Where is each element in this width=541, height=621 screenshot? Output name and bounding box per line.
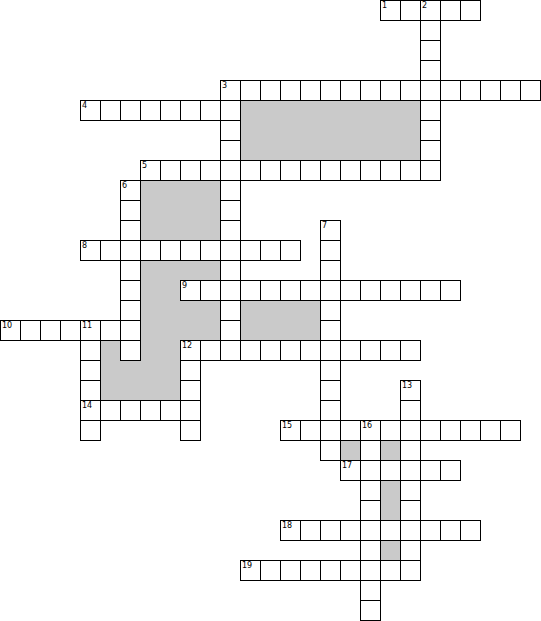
grid-cell[interactable] xyxy=(80,240,101,261)
grid-cell[interactable] xyxy=(420,40,441,61)
grid-cell[interactable] xyxy=(360,540,381,561)
grid-cell[interactable] xyxy=(380,280,401,301)
grid-cell[interactable] xyxy=(120,200,141,221)
grid-cell[interactable] xyxy=(200,240,221,261)
grid-cell[interactable] xyxy=(320,260,341,281)
shaded-block xyxy=(160,220,181,241)
shaded-block xyxy=(100,380,121,401)
grid-cell[interactable] xyxy=(400,520,421,541)
grid-cell[interactable] xyxy=(120,400,141,421)
shaded-block xyxy=(340,140,361,161)
shaded-block xyxy=(200,320,221,341)
grid-cell[interactable] xyxy=(360,340,381,361)
grid-cell[interactable] xyxy=(320,280,341,301)
grid-cell[interactable] xyxy=(340,340,361,361)
grid-cell[interactable] xyxy=(260,560,281,581)
grid-cell[interactable] xyxy=(400,340,421,361)
grid-cell[interactable] xyxy=(300,160,321,181)
grid-cell[interactable] xyxy=(80,400,101,421)
grid-cell[interactable] xyxy=(200,280,221,301)
grid-cell[interactable] xyxy=(440,280,461,301)
grid-cell[interactable] xyxy=(420,420,441,441)
shaded-block xyxy=(280,120,301,141)
shaded-block xyxy=(300,320,321,341)
grid-cell[interactable] xyxy=(360,160,381,181)
grid-cell[interactable] xyxy=(500,80,521,101)
grid-cell[interactable] xyxy=(400,560,421,581)
shaded-block xyxy=(160,180,181,201)
grid-cell[interactable] xyxy=(320,440,341,461)
grid-cell[interactable] xyxy=(280,80,301,101)
grid-cell[interactable] xyxy=(360,480,381,501)
grid-cell[interactable] xyxy=(160,240,181,261)
grid-cell[interactable] xyxy=(400,440,421,461)
shaded-block xyxy=(280,140,301,161)
grid-cell[interactable] xyxy=(200,160,221,181)
grid-cell[interactable] xyxy=(240,160,261,181)
grid-cell[interactable] xyxy=(400,400,421,421)
shaded-block xyxy=(160,200,181,221)
grid-cell[interactable] xyxy=(120,180,141,201)
shaded-block xyxy=(260,140,281,161)
grid-cell[interactable] xyxy=(160,160,181,181)
grid-cell[interactable] xyxy=(120,320,141,341)
shaded-block xyxy=(300,120,321,141)
grid-cell[interactable] xyxy=(300,420,321,441)
grid-cell[interactable] xyxy=(160,100,181,121)
grid-cell[interactable] xyxy=(380,80,401,101)
grid-cell[interactable] xyxy=(400,480,421,501)
grid-cell[interactable] xyxy=(400,160,421,181)
shaded-block xyxy=(340,440,361,461)
shaded-block xyxy=(160,260,181,281)
grid-cell[interactable] xyxy=(220,240,241,261)
shaded-block xyxy=(140,180,161,201)
grid-cell[interactable] xyxy=(280,420,301,441)
shaded-block xyxy=(240,140,261,161)
shaded-block xyxy=(240,300,261,321)
grid-cell[interactable] xyxy=(480,80,501,101)
shaded-block xyxy=(200,300,221,321)
grid-cell[interactable] xyxy=(420,0,441,21)
grid-cell[interactable] xyxy=(460,420,481,441)
shaded-block xyxy=(200,260,221,281)
shaded-block xyxy=(140,200,161,221)
shaded-block xyxy=(180,300,201,321)
grid-cell[interactable] xyxy=(200,340,221,361)
grid-cell[interactable] xyxy=(360,520,381,541)
shaded-block xyxy=(140,380,161,401)
grid-cell[interactable] xyxy=(340,160,361,181)
grid-cell[interactable] xyxy=(360,500,381,521)
shaded-block xyxy=(240,100,261,121)
shaded-block xyxy=(260,320,281,341)
shaded-block xyxy=(280,320,301,341)
grid-cell[interactable] xyxy=(180,280,201,301)
shaded-block xyxy=(360,120,381,141)
grid-cell[interactable] xyxy=(420,60,441,81)
grid-cell[interactable] xyxy=(340,420,361,441)
grid-cell[interactable] xyxy=(260,160,281,181)
grid-cell[interactable] xyxy=(120,280,141,301)
grid-cell[interactable] xyxy=(220,200,241,221)
shaded-block xyxy=(300,300,321,321)
grid-cell[interactable] xyxy=(400,420,421,441)
grid-cell[interactable] xyxy=(220,120,241,141)
grid-cell[interactable] xyxy=(260,80,281,101)
grid-cell[interactable] xyxy=(320,320,341,341)
shaded-block xyxy=(380,480,401,501)
grid-cell[interactable] xyxy=(180,240,201,261)
grid-cell[interactable] xyxy=(400,540,421,561)
grid-cell[interactable] xyxy=(380,340,401,361)
grid-cell[interactable] xyxy=(320,220,341,241)
grid-cell[interactable] xyxy=(460,0,481,21)
shaded-block xyxy=(140,280,161,301)
shaded-block xyxy=(380,140,401,161)
grid-cell[interactable] xyxy=(20,320,41,341)
grid-cell[interactable] xyxy=(400,0,421,21)
grid-cell[interactable] xyxy=(380,560,401,581)
grid-cell[interactable] xyxy=(220,280,241,301)
grid-cell[interactable] xyxy=(320,160,341,181)
grid-cell[interactable] xyxy=(0,320,21,341)
grid-cell[interactable] xyxy=(320,560,341,581)
grid-cell[interactable] xyxy=(360,440,381,461)
grid-cell[interactable] xyxy=(380,0,401,21)
grid-cell[interactable] xyxy=(300,340,321,361)
shaded-block xyxy=(140,300,161,321)
grid-cell[interactable] xyxy=(320,360,341,381)
shaded-block xyxy=(320,120,341,141)
grid-cell[interactable] xyxy=(320,520,341,541)
grid-cell[interactable] xyxy=(400,380,421,401)
shaded-block xyxy=(200,180,221,201)
shaded-block xyxy=(380,120,401,141)
grid-cell[interactable] xyxy=(140,160,161,181)
grid-cell[interactable] xyxy=(400,280,421,301)
shaded-block xyxy=(400,120,421,141)
grid-cell[interactable] xyxy=(220,340,241,361)
grid-cell[interactable] xyxy=(180,340,201,361)
grid-cell[interactable] xyxy=(420,20,441,41)
grid-cell[interactable] xyxy=(280,340,301,361)
grid-cell[interactable] xyxy=(120,100,141,121)
shaded-block xyxy=(120,360,141,381)
shaded-block xyxy=(160,280,181,301)
crossword-grid: 12345678910111213141516171819 xyxy=(0,0,541,621)
shaded-block xyxy=(400,100,421,121)
grid-cell[interactable] xyxy=(320,240,341,261)
grid-cell[interactable] xyxy=(220,140,241,161)
grid-cell[interactable] xyxy=(280,160,301,181)
grid-cell[interactable] xyxy=(320,400,341,421)
grid-cell[interactable] xyxy=(300,280,321,301)
grid-cell[interactable] xyxy=(240,240,261,261)
shaded-block xyxy=(320,140,341,161)
grid-cell[interactable] xyxy=(380,160,401,181)
shaded-block xyxy=(140,360,161,381)
grid-cell[interactable] xyxy=(100,240,121,261)
grid-cell[interactable] xyxy=(340,560,361,581)
grid-cell[interactable] xyxy=(460,520,481,541)
grid-cell[interactable] xyxy=(200,100,221,121)
grid-cell[interactable] xyxy=(300,80,321,101)
shaded-block xyxy=(300,140,321,161)
grid-cell[interactable] xyxy=(220,160,241,181)
grid-cell[interactable] xyxy=(320,340,341,361)
grid-cell[interactable] xyxy=(220,80,241,101)
grid-cell[interactable] xyxy=(180,380,201,401)
grid-cell[interactable] xyxy=(500,420,521,441)
grid-cell[interactable] xyxy=(360,460,381,481)
shaded-block xyxy=(260,100,281,121)
grid-cell[interactable] xyxy=(240,80,261,101)
shaded-block xyxy=(140,220,161,241)
grid-cell[interactable] xyxy=(120,220,141,241)
grid-cell[interactable] xyxy=(320,420,341,441)
grid-cell[interactable] xyxy=(300,520,321,541)
grid-cell[interactable] xyxy=(380,420,401,441)
grid-cell[interactable] xyxy=(300,560,321,581)
grid-cell[interactable] xyxy=(360,580,381,601)
grid-cell[interactable] xyxy=(320,380,341,401)
grid-cell[interactable] xyxy=(220,220,241,241)
grid-cell[interactable] xyxy=(420,80,441,101)
shaded-block xyxy=(260,120,281,141)
grid-cell[interactable] xyxy=(80,100,101,121)
grid-cell[interactable] xyxy=(240,280,261,301)
grid-cell[interactable] xyxy=(440,420,461,441)
grid-cell[interactable] xyxy=(260,280,281,301)
grid-cell[interactable] xyxy=(180,400,201,421)
grid-cell[interactable] xyxy=(340,280,361,301)
grid-cell[interactable] xyxy=(60,320,81,341)
grid-cell[interactable] xyxy=(400,80,421,101)
shaded-block xyxy=(140,320,161,341)
grid-cell[interactable] xyxy=(140,400,161,421)
grid-cell[interactable] xyxy=(360,80,381,101)
shaded-block xyxy=(160,360,181,381)
grid-cell[interactable] xyxy=(260,340,281,361)
grid-cell[interactable] xyxy=(460,80,481,101)
shaded-block xyxy=(140,340,161,361)
grid-cell[interactable] xyxy=(120,240,141,261)
grid-cell[interactable] xyxy=(420,280,441,301)
grid-cell[interactable] xyxy=(80,360,101,381)
grid-cell[interactable] xyxy=(120,260,141,281)
shaded-block xyxy=(180,180,201,201)
grid-cell[interactable] xyxy=(520,80,541,101)
grid-cell[interactable] xyxy=(220,260,241,281)
shaded-block xyxy=(240,120,261,141)
shaded-block xyxy=(180,220,201,241)
shaded-block xyxy=(380,500,401,521)
grid-cell[interactable] xyxy=(280,520,301,541)
grid-cell[interactable] xyxy=(280,240,301,261)
grid-cell[interactable] xyxy=(220,320,241,341)
grid-cell[interactable] xyxy=(120,340,141,361)
grid-cell[interactable] xyxy=(360,280,381,301)
grid-cell[interactable] xyxy=(420,160,441,181)
grid-cell[interactable] xyxy=(400,460,421,481)
grid-cell[interactable] xyxy=(340,460,361,481)
grid-cell[interactable] xyxy=(420,100,441,121)
shaded-block xyxy=(240,320,261,341)
grid-cell[interactable] xyxy=(440,0,461,21)
shaded-block xyxy=(160,320,181,341)
grid-cell[interactable] xyxy=(100,320,121,341)
shaded-block xyxy=(280,100,301,121)
grid-cell[interactable] xyxy=(480,420,501,441)
shaded-block xyxy=(160,380,181,401)
grid-cell[interactable] xyxy=(320,80,341,101)
grid-cell[interactable] xyxy=(360,600,381,621)
shaded-block xyxy=(180,200,201,221)
grid-cell[interactable] xyxy=(80,340,101,361)
grid-cell[interactable] xyxy=(180,360,201,381)
shaded-block xyxy=(200,200,221,221)
grid-cell[interactable] xyxy=(80,320,101,341)
shaded-block xyxy=(360,140,381,161)
shaded-block xyxy=(260,300,281,321)
shaded-block xyxy=(160,300,181,321)
shaded-block xyxy=(280,300,301,321)
grid-cell[interactable] xyxy=(440,460,461,481)
grid-cell[interactable] xyxy=(240,560,261,581)
grid-cell[interactable] xyxy=(220,100,241,121)
grid-cell[interactable] xyxy=(100,100,121,121)
grid-cell[interactable] xyxy=(420,120,441,141)
grid-cell[interactable] xyxy=(180,420,201,441)
shaded-block xyxy=(340,120,361,141)
shaded-block xyxy=(200,220,221,241)
grid-cell[interactable] xyxy=(180,100,201,121)
shaded-block xyxy=(380,440,401,461)
grid-cell[interactable] xyxy=(400,500,421,521)
grid-cell[interactable] xyxy=(380,460,401,481)
shaded-block xyxy=(100,340,121,361)
shaded-block xyxy=(400,140,421,161)
grid-cell[interactable] xyxy=(160,400,181,421)
shaded-block xyxy=(360,100,381,121)
grid-cell[interactable] xyxy=(120,300,141,321)
grid-cell[interactable] xyxy=(360,560,381,581)
grid-cell[interactable] xyxy=(320,300,341,321)
shaded-block xyxy=(100,360,121,381)
shaded-block xyxy=(300,100,321,121)
grid-cell[interactable] xyxy=(440,80,461,101)
grid-cell[interactable] xyxy=(360,420,381,441)
grid-cell[interactable] xyxy=(80,380,101,401)
grid-cell[interactable] xyxy=(240,340,261,361)
shaded-block xyxy=(380,540,401,561)
grid-cell[interactable] xyxy=(140,100,161,121)
grid-cell[interactable] xyxy=(380,520,401,541)
shaded-block xyxy=(320,100,341,121)
grid-cell[interactable] xyxy=(420,140,441,161)
shaded-block xyxy=(180,320,201,341)
grid-cell[interactable] xyxy=(340,80,361,101)
shaded-block xyxy=(180,260,201,281)
grid-cell[interactable] xyxy=(280,280,301,301)
shaded-block xyxy=(340,100,361,121)
shaded-block xyxy=(160,340,181,361)
grid-cell[interactable] xyxy=(140,240,161,261)
grid-cell[interactable] xyxy=(220,300,241,321)
shaded-block xyxy=(140,260,161,281)
grid-cell[interactable] xyxy=(220,180,241,201)
grid-cell[interactable] xyxy=(180,160,201,181)
grid-cell[interactable] xyxy=(80,420,101,441)
grid-cell[interactable] xyxy=(340,520,361,541)
grid-cell[interactable] xyxy=(440,520,461,541)
grid-cell[interactable] xyxy=(420,520,441,541)
shaded-block xyxy=(120,380,141,401)
grid-cell[interactable] xyxy=(260,240,281,261)
grid-cell[interactable] xyxy=(420,460,441,481)
shaded-block xyxy=(380,100,401,121)
grid-cell[interactable] xyxy=(40,320,61,341)
grid-cell[interactable] xyxy=(280,560,301,581)
grid-cell[interactable] xyxy=(100,400,121,421)
